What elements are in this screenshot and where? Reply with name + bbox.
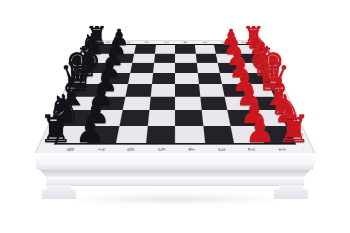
red-pawn-a2[interactable]: ♟: [245, 114, 275, 148]
black-rook-a8[interactable]: ♜: [39, 111, 73, 149]
pieces-layer: ♜♟♟♜♞♟♟♞♝♟♟♝♚♟♟♚♛♟♟♛♝♟♟♝♞♟♟♞♜♟♟♜: [0, 0, 350, 233]
product-photo-stage: 87654321 87654321 hgfedcba hgfedcba ♜♟♟♜…: [0, 0, 350, 233]
black-pawn-a7[interactable]: ♟: [75, 114, 105, 148]
red-rook-a1[interactable]: ♜: [277, 111, 311, 149]
